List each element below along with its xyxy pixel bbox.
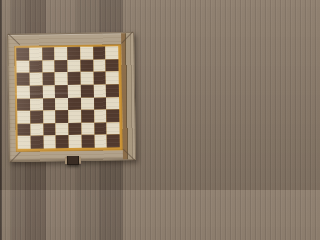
square-d7[interactable] — [55, 60, 68, 73]
square-c8[interactable] — [42, 47, 55, 60]
square-b2[interactable] — [30, 123, 43, 136]
square-e7[interactable] — [67, 59, 80, 72]
square-d2[interactable] — [56, 123, 69, 136]
square-g7[interactable] — [93, 59, 106, 72]
square-a3[interactable] — [17, 111, 30, 124]
square-f3[interactable] — [81, 110, 94, 123]
square-a8[interactable] — [16, 48, 29, 61]
board-inner-border — [14, 44, 123, 152]
square-a7[interactable] — [16, 60, 29, 73]
square-e6[interactable] — [68, 72, 81, 85]
square-g4[interactable] — [94, 97, 107, 110]
square-c5[interactable] — [42, 85, 55, 98]
square-b4[interactable] — [30, 98, 43, 111]
chessboard-grid — [16, 46, 120, 149]
square-d5[interactable] — [55, 85, 68, 98]
square-a6[interactable] — [17, 73, 30, 86]
frame-miter-top-left — [8, 33, 20, 45]
square-c2[interactable] — [43, 123, 56, 136]
square-h1[interactable] — [107, 135, 120, 148]
square-f8[interactable] — [80, 47, 93, 60]
square-f2[interactable] — [81, 122, 94, 135]
square-g5[interactable] — [93, 84, 106, 97]
photo-scene: { "game": "chess", "description": "Overh… — [0, 0, 142, 190]
square-a1[interactable] — [18, 136, 31, 149]
square-h5[interactable] — [106, 84, 119, 97]
square-g2[interactable] — [94, 122, 107, 135]
square-f7[interactable] — [80, 59, 93, 72]
square-g8[interactable] — [93, 46, 106, 59]
square-d8[interactable] — [54, 47, 67, 60]
board-frame — [7, 32, 136, 162]
frame-right-edge — [121, 33, 135, 159]
frame-miter-bottom-left — [10, 150, 22, 162]
square-e3[interactable] — [68, 110, 81, 123]
square-e5[interactable] — [68, 85, 81, 98]
square-d6[interactable] — [55, 72, 68, 85]
square-a5[interactable] — [17, 86, 30, 99]
square-b6[interactable] — [29, 73, 42, 86]
square-e1[interactable] — [69, 135, 82, 148]
square-h3[interactable] — [106, 109, 119, 122]
square-h6[interactable] — [106, 72, 119, 85]
square-c1[interactable] — [43, 136, 56, 149]
square-e2[interactable] — [68, 123, 81, 136]
square-b5[interactable] — [30, 85, 43, 98]
square-g3[interactable] — [94, 110, 107, 123]
square-b7[interactable] — [29, 60, 42, 73]
square-d3[interactable] — [55, 110, 68, 123]
square-f1[interactable] — [81, 135, 94, 148]
square-a2[interactable] — [17, 123, 30, 136]
square-c3[interactable] — [43, 110, 56, 123]
square-c6[interactable] — [42, 73, 55, 86]
square-d1[interactable] — [56, 135, 69, 148]
square-c7[interactable] — [42, 60, 55, 73]
box-latch — [66, 156, 78, 165]
square-f4[interactable] — [81, 97, 94, 110]
square-h7[interactable] — [106, 59, 119, 72]
square-h2[interactable] — [107, 122, 120, 135]
square-b3[interactable] — [30, 111, 43, 124]
square-d4[interactable] — [55, 98, 68, 111]
chessboard-box — [7, 32, 136, 162]
square-g6[interactable] — [93, 72, 106, 85]
square-f6[interactable] — [80, 72, 93, 85]
square-e4[interactable] — [68, 97, 81, 110]
square-e8[interactable] — [67, 47, 80, 60]
square-h8[interactable] — [105, 46, 118, 59]
square-f5[interactable] — [81, 85, 94, 98]
square-b8[interactable] — [29, 47, 42, 60]
square-g1[interactable] — [94, 135, 107, 148]
square-c4[interactable] — [43, 98, 56, 111]
square-h4[interactable] — [106, 97, 119, 110]
square-a4[interactable] — [17, 98, 30, 111]
square-b1[interactable] — [30, 136, 43, 149]
